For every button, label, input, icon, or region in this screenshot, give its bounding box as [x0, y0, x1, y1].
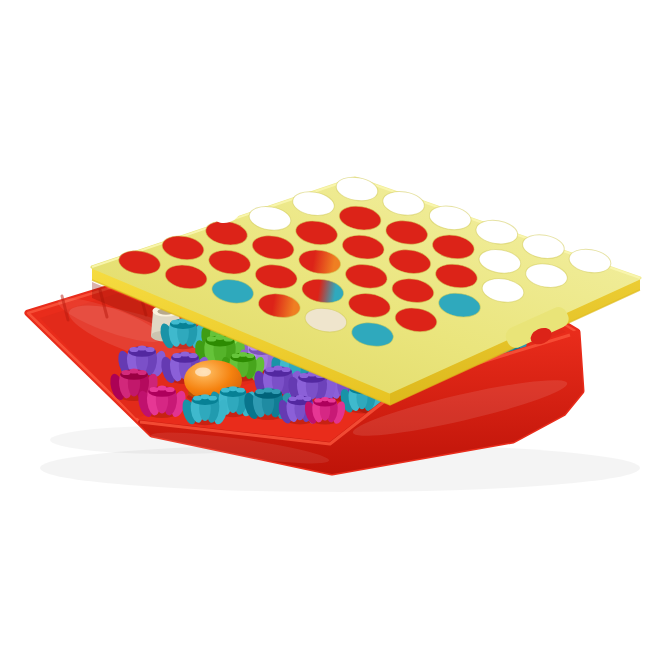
- scene-svg: [0, 0, 660, 660]
- product-photo-scene: [0, 0, 660, 660]
